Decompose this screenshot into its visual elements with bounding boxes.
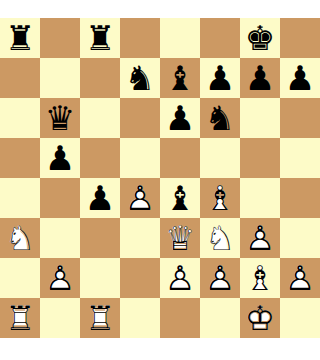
square-d8[interactable] xyxy=(120,18,160,58)
status-bar: 1... ? xyxy=(0,338,320,360)
piece-glyph-fill: ♟ xyxy=(80,178,120,218)
piece-glyph-fill: ♜ xyxy=(0,18,40,58)
square-b7[interactable] xyxy=(40,58,80,98)
square-h1[interactable] xyxy=(280,298,320,338)
piece-white-pawn: ♟♙ xyxy=(40,258,80,298)
piece-black-knight: ♞ xyxy=(120,58,160,98)
square-e3[interactable]: ♛♕ xyxy=(160,218,200,258)
piece-glyph-fill: ♛ xyxy=(40,98,80,138)
piece-white-rook: ♜♖ xyxy=(80,298,120,338)
square-g5[interactable] xyxy=(240,138,280,178)
chess-board: ♜♜♚♞♝♟♟♟♛♟♞♟♟♟♙♝♝♗♞♘♛♕♞♘♟♙♟♙♟♙♟♙♝♗♟♙♜♖♜♖… xyxy=(0,18,320,338)
piece-glyph-fill: ♚ xyxy=(240,18,280,58)
square-b3[interactable] xyxy=(40,218,80,258)
square-f4[interactable]: ♝♗ xyxy=(200,178,240,218)
piece-glyph-fill: ♞ xyxy=(200,98,240,138)
square-h8[interactable] xyxy=(280,18,320,58)
square-a7[interactable] xyxy=(0,58,40,98)
piece-glyph-outline: ♕ xyxy=(160,218,200,258)
piece-white-bishop: ♝♗ xyxy=(200,178,240,218)
square-b4[interactable] xyxy=(40,178,80,218)
square-a6[interactable] xyxy=(0,98,40,138)
piece-white-knight: ♞♘ xyxy=(200,218,240,258)
square-g4[interactable] xyxy=(240,178,280,218)
square-h6[interactable] xyxy=(280,98,320,138)
piece-glyph-outline: ♘ xyxy=(0,218,40,258)
square-c3[interactable] xyxy=(80,218,120,258)
piece-black-bishop: ♝ xyxy=(160,58,200,98)
piece-glyph-outline: ♙ xyxy=(160,258,200,298)
piece-glyph-outline: ♘ xyxy=(200,218,240,258)
piece-white-bishop: ♝♗ xyxy=(240,258,280,298)
square-h2[interactable]: ♟♙ xyxy=(280,258,320,298)
piece-black-king: ♚ xyxy=(240,18,280,58)
square-c2[interactable] xyxy=(80,258,120,298)
square-b2[interactable]: ♟♙ xyxy=(40,258,80,298)
piece-glyph-outline: ♔ xyxy=(240,298,280,338)
piece-black-pawn: ♟ xyxy=(280,58,320,98)
square-e1[interactable] xyxy=(160,298,200,338)
piece-black-pawn: ♟ xyxy=(160,98,200,138)
square-b6[interactable]: ♛ xyxy=(40,98,80,138)
square-h5[interactable] xyxy=(280,138,320,178)
square-a3[interactable]: ♞♘ xyxy=(0,218,40,258)
piece-glyph-fill: ♟ xyxy=(240,58,280,98)
piece-black-rook: ♜ xyxy=(80,18,120,58)
square-g8[interactable]: ♚ xyxy=(240,18,280,58)
square-d1[interactable] xyxy=(120,298,160,338)
square-e2[interactable]: ♟♙ xyxy=(160,258,200,298)
square-d7[interactable]: ♞ xyxy=(120,58,160,98)
piece-glyph-fill: ♝ xyxy=(160,178,200,218)
square-e6[interactable]: ♟ xyxy=(160,98,200,138)
square-g7[interactable]: ♟ xyxy=(240,58,280,98)
piece-black-bishop: ♝ xyxy=(160,178,200,218)
square-f8[interactable] xyxy=(200,18,240,58)
square-d2[interactable] xyxy=(120,258,160,298)
square-f1[interactable] xyxy=(200,298,240,338)
piece-glyph-outline: ♖ xyxy=(0,298,40,338)
piece-black-pawn: ♟ xyxy=(80,178,120,218)
piece-white-knight: ♞♘ xyxy=(0,218,40,258)
piece-white-pawn: ♟♙ xyxy=(200,258,240,298)
square-f6[interactable]: ♞ xyxy=(200,98,240,138)
square-c8[interactable]: ♜ xyxy=(80,18,120,58)
piece-glyph-fill: ♜ xyxy=(80,18,120,58)
square-b1[interactable] xyxy=(40,298,80,338)
piece-glyph-fill: ♟ xyxy=(200,58,240,98)
piece-black-knight: ♞ xyxy=(200,98,240,138)
square-c6[interactable] xyxy=(80,98,120,138)
piece-black-pawn: ♟ xyxy=(240,58,280,98)
square-c1[interactable]: ♜♖ xyxy=(80,298,120,338)
piece-white-pawn: ♟♙ xyxy=(280,258,320,298)
square-a8[interactable]: ♜ xyxy=(0,18,40,58)
piece-glyph-outline: ♙ xyxy=(120,178,160,218)
piece-glyph-fill: ♞ xyxy=(120,58,160,98)
square-f7[interactable]: ♟ xyxy=(200,58,240,98)
piece-glyph-outline: ♗ xyxy=(240,258,280,298)
square-d3[interactable] xyxy=(120,218,160,258)
square-e8[interactable] xyxy=(160,18,200,58)
square-h4[interactable] xyxy=(280,178,320,218)
piece-glyph-outline: ♙ xyxy=(200,258,240,298)
piece-glyph-outline: ♙ xyxy=(40,258,80,298)
piece-white-pawn: ♟♙ xyxy=(160,258,200,298)
square-a2[interactable] xyxy=(0,258,40,298)
square-a5[interactable] xyxy=(0,138,40,178)
piece-glyph-outline: ♙ xyxy=(280,258,320,298)
piece-white-rook: ♜♖ xyxy=(0,298,40,338)
piece-glyph-fill: ♟ xyxy=(280,58,320,98)
square-e4[interactable]: ♝ xyxy=(160,178,200,218)
square-g1[interactable]: ♚♔ xyxy=(240,298,280,338)
square-e5[interactable] xyxy=(160,138,200,178)
square-b8[interactable] xyxy=(40,18,80,58)
piece-white-king: ♚♔ xyxy=(240,298,280,338)
square-e7[interactable]: ♝ xyxy=(160,58,200,98)
piece-glyph-outline: ♗ xyxy=(200,178,240,218)
piece-black-pawn: ♟ xyxy=(40,138,80,178)
piece-black-pawn: ♟ xyxy=(200,58,240,98)
square-b5[interactable]: ♟ xyxy=(40,138,80,178)
square-g3[interactable]: ♟♙ xyxy=(240,218,280,258)
piece-glyph-outline: ♖ xyxy=(80,298,120,338)
square-f3[interactable]: ♞♘ xyxy=(200,218,240,258)
square-d4[interactable]: ♟♙ xyxy=(120,178,160,218)
square-h3[interactable] xyxy=(280,218,320,258)
square-c5[interactable] xyxy=(80,138,120,178)
square-a1[interactable]: ♜♖ xyxy=(0,298,40,338)
chess-exercise-window: T1.0728 ♜♜♚♞♝♟♟♟♛♟♞♟♟♟♙♝♝♗♞♘♛♕♞♘♟♙♟♙♟♙♟♙… xyxy=(0,0,320,360)
square-d5[interactable] xyxy=(120,138,160,178)
square-h7[interactable]: ♟ xyxy=(280,58,320,98)
square-g6[interactable] xyxy=(240,98,280,138)
square-c4[interactable]: ♟ xyxy=(80,178,120,218)
square-d6[interactable] xyxy=(120,98,160,138)
piece-glyph-fill: ♟ xyxy=(160,98,200,138)
square-g2[interactable]: ♝♗ xyxy=(240,258,280,298)
piece-white-pawn: ♟♙ xyxy=(240,218,280,258)
piece-black-rook: ♜ xyxy=(0,18,40,58)
square-f2[interactable]: ♟♙ xyxy=(200,258,240,298)
square-a4[interactable] xyxy=(0,178,40,218)
piece-glyph-fill: ♝ xyxy=(160,58,200,98)
square-c7[interactable] xyxy=(80,58,120,98)
piece-glyph-fill: ♟ xyxy=(40,138,80,178)
piece-white-queen: ♛♕ xyxy=(160,218,200,258)
piece-black-queen: ♛ xyxy=(40,98,80,138)
title-bar: T1.0728 xyxy=(0,0,320,18)
piece-white-pawn: ♟♙ xyxy=(120,178,160,218)
piece-glyph-outline: ♙ xyxy=(240,218,280,258)
square-f5[interactable] xyxy=(200,138,240,178)
